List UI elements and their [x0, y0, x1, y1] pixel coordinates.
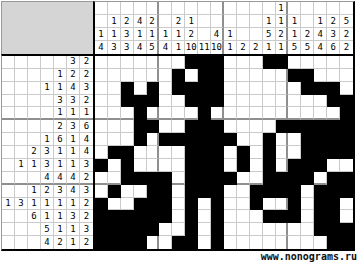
grid-cell[interactable]	[185, 146, 198, 159]
grid-cell[interactable]	[301, 95, 314, 108]
grid-cell[interactable]	[198, 95, 211, 108]
grid-cell[interactable]	[121, 185, 134, 198]
grid-cell[interactable]	[263, 146, 276, 159]
grid-cell[interactable]	[159, 236, 172, 249]
grid-cell[interactable]	[250, 120, 263, 133]
grid-cell[interactable]	[121, 223, 134, 236]
grid-cell[interactable]	[237, 223, 250, 236]
grid-cell[interactable]	[185, 120, 198, 133]
grid-cell[interactable]	[276, 146, 289, 159]
grid-cell[interactable]	[198, 133, 211, 146]
grid-cell[interactable]	[172, 185, 185, 198]
grid-cell[interactable]	[134, 236, 147, 249]
grid-cell[interactable]	[211, 95, 224, 108]
grid-cell[interactable]	[198, 146, 211, 159]
grid-cell[interactable]	[185, 210, 198, 223]
grid-cell[interactable]	[95, 95, 108, 108]
grid-cell[interactable]	[198, 198, 211, 211]
grid-cell[interactable]	[327, 159, 340, 172]
grid-cell[interactable]	[147, 120, 160, 133]
grid-cell[interactable]	[340, 133, 353, 146]
grid-cell[interactable]	[327, 223, 340, 236]
grid-cell[interactable]	[276, 133, 289, 146]
grid-cell[interactable]	[134, 107, 147, 120]
grid-cell[interactable]	[108, 210, 121, 223]
grid-cell[interactable]	[288, 236, 301, 249]
grid-cell[interactable]	[301, 198, 314, 211]
grid-cell[interactable]	[198, 210, 211, 223]
grid-cell[interactable]	[159, 185, 172, 198]
grid-cell[interactable]	[224, 172, 237, 185]
grid-cell[interactable]	[172, 133, 185, 146]
grid-cell[interactable]	[95, 82, 108, 95]
grid-cell[interactable]	[211, 198, 224, 211]
grid-cell[interactable]	[108, 198, 121, 211]
grid-cell[interactable]	[172, 95, 185, 108]
grid-cell[interactable]	[211, 107, 224, 120]
grid-cell[interactable]	[198, 223, 211, 236]
grid-cell[interactable]	[224, 56, 237, 69]
grid-cell[interactable]	[108, 95, 121, 108]
grid-cell[interactable]	[250, 198, 263, 211]
grid-cell[interactable]	[147, 185, 160, 198]
grid-cell[interactable]	[276, 159, 289, 172]
grid-cell[interactable]	[301, 172, 314, 185]
grid-cell[interactable]	[211, 210, 224, 223]
grid-cell[interactable]	[121, 120, 134, 133]
grid-cell[interactable]	[314, 69, 327, 82]
grid-cell[interactable]	[159, 120, 172, 133]
grid-cell[interactable]	[314, 236, 327, 249]
grid-cell[interactable]	[95, 133, 108, 146]
grid-cell[interactable]	[159, 210, 172, 223]
grid-cell[interactable]	[121, 69, 134, 82]
grid-cell[interactable]	[108, 159, 121, 172]
grid-cell[interactable]	[134, 95, 147, 108]
grid-cell[interactable]	[198, 56, 211, 69]
grid-cell[interactable]	[288, 82, 301, 95]
grid-cell[interactable]	[185, 95, 198, 108]
grid-cell[interactable]	[121, 172, 134, 185]
grid-cell[interactable]	[263, 56, 276, 69]
grid-cell[interactable]	[198, 159, 211, 172]
grid-cell[interactable]	[276, 107, 289, 120]
grid-cell[interactable]	[301, 210, 314, 223]
grid-cell[interactable]	[327, 82, 340, 95]
grid-cell[interactable]	[108, 146, 121, 159]
grid-cell[interactable]	[159, 69, 172, 82]
grid-cell[interactable]	[95, 223, 108, 236]
grid-cell[interactable]	[211, 236, 224, 249]
grid-cell[interactable]	[250, 82, 263, 95]
grid-cell[interactable]	[172, 210, 185, 223]
grid-cell[interactable]	[147, 223, 160, 236]
grid-cell[interactable]	[224, 198, 237, 211]
grid-cell[interactable]	[250, 210, 263, 223]
grid-cell[interactable]	[340, 210, 353, 223]
grid-cell[interactable]	[95, 120, 108, 133]
grid-cell[interactable]	[159, 159, 172, 172]
grid-cell[interactable]	[147, 56, 160, 69]
grid-cell[interactable]	[250, 95, 263, 108]
grid-cell[interactable]	[314, 82, 327, 95]
grid-cell[interactable]	[263, 198, 276, 211]
grid-cell[interactable]	[172, 82, 185, 95]
grid-cell[interactable]	[263, 159, 276, 172]
grid-cell[interactable]	[185, 69, 198, 82]
grid-cell[interactable]	[134, 185, 147, 198]
grid-cell[interactable]	[314, 210, 327, 223]
grid-cell[interactable]	[172, 172, 185, 185]
grid-cell[interactable]	[95, 172, 108, 185]
grid-cell[interactable]	[237, 95, 250, 108]
grid-cell[interactable]	[172, 198, 185, 211]
grid-cell[interactable]	[301, 236, 314, 249]
grid-cell[interactable]	[340, 95, 353, 108]
grid-cell[interactable]	[288, 223, 301, 236]
grid-cell[interactable]	[147, 198, 160, 211]
grid-cell[interactable]	[340, 69, 353, 82]
grid-cell[interactable]	[288, 95, 301, 108]
grid-cell[interactable]	[121, 236, 134, 249]
grid-cell[interactable]	[134, 82, 147, 95]
grid-cell[interactable]	[185, 133, 198, 146]
grid-cell[interactable]	[95, 210, 108, 223]
grid-cell[interactable]	[250, 172, 263, 185]
grid-cell[interactable]	[340, 185, 353, 198]
grid-cell[interactable]	[263, 82, 276, 95]
grid-cell[interactable]	[301, 82, 314, 95]
grid-cell[interactable]	[185, 56, 198, 69]
grid-cell[interactable]	[224, 95, 237, 108]
grid-cell[interactable]	[340, 82, 353, 95]
grid-cell[interactable]	[147, 82, 160, 95]
grid-cell[interactable]	[237, 185, 250, 198]
grid-cell[interactable]	[327, 95, 340, 108]
grid-cell[interactable]	[159, 95, 172, 108]
grid-cell[interactable]	[288, 210, 301, 223]
grid-cell[interactable]	[224, 236, 237, 249]
grid-cell[interactable]	[172, 69, 185, 82]
grid-cell[interactable]	[224, 82, 237, 95]
grid-cell[interactable]	[95, 56, 108, 69]
grid-cell[interactable]	[108, 120, 121, 133]
grid-cell[interactable]	[276, 223, 289, 236]
grid-cell[interactable]	[250, 159, 263, 172]
grid-cell[interactable]	[263, 69, 276, 82]
grid-cell[interactable]	[147, 159, 160, 172]
grid-cell[interactable]	[263, 223, 276, 236]
grid-cell[interactable]	[108, 69, 121, 82]
grid-cell[interactable]	[108, 185, 121, 198]
grid-cell[interactable]	[263, 210, 276, 223]
grid-cell[interactable]	[276, 210, 289, 223]
grid-cell[interactable]	[198, 185, 211, 198]
grid-cell[interactable]	[237, 56, 250, 69]
grid-cell[interactable]	[224, 159, 237, 172]
grid-cell[interactable]	[327, 120, 340, 133]
grid-cell[interactable]	[108, 82, 121, 95]
grid-cell[interactable]	[250, 236, 263, 249]
grid-cell[interactable]	[327, 236, 340, 249]
grid-cell[interactable]	[276, 198, 289, 211]
grid-cell[interactable]	[121, 159, 134, 172]
grid-cell[interactable]	[121, 82, 134, 95]
grid-cell[interactable]	[263, 95, 276, 108]
grid-cell[interactable]	[211, 69, 224, 82]
grid-cell[interactable]	[185, 159, 198, 172]
grid-cell[interactable]	[172, 56, 185, 69]
grid-cell[interactable]	[172, 236, 185, 249]
grid-cell[interactable]	[95, 185, 108, 198]
grid-cell[interactable]	[172, 146, 185, 159]
grid-cell[interactable]	[211, 56, 224, 69]
grid-cell[interactable]	[159, 198, 172, 211]
grid-cell[interactable]	[108, 56, 121, 69]
grid-cell[interactable]	[301, 146, 314, 159]
grid-cell[interactable]	[147, 69, 160, 82]
grid-cell[interactable]	[301, 56, 314, 69]
grid-cell[interactable]	[134, 159, 147, 172]
grid-cell[interactable]	[288, 107, 301, 120]
grid-cell[interactable]	[134, 172, 147, 185]
grid-cell[interactable]	[327, 107, 340, 120]
grid-cell[interactable]	[327, 146, 340, 159]
grid-cell[interactable]	[159, 146, 172, 159]
grid-cell[interactable]	[185, 82, 198, 95]
grid-cell[interactable]	[95, 146, 108, 159]
grid-cell[interactable]	[198, 107, 211, 120]
grid-cell[interactable]	[314, 146, 327, 159]
grid-cell[interactable]	[340, 223, 353, 236]
grid-cell[interactable]	[327, 172, 340, 185]
grid-cell[interactable]	[301, 223, 314, 236]
grid-cell[interactable]	[185, 107, 198, 120]
grid-cell[interactable]	[314, 120, 327, 133]
grid-cell[interactable]	[340, 146, 353, 159]
grid-cell[interactable]	[224, 120, 237, 133]
grid-cell[interactable]	[314, 172, 327, 185]
grid-cell[interactable]	[276, 95, 289, 108]
grid-cell[interactable]	[288, 159, 301, 172]
grid-cell[interactable]	[340, 236, 353, 249]
grid-cell[interactable]	[121, 210, 134, 223]
grid-cell[interactable]	[327, 56, 340, 69]
grid-cell[interactable]	[198, 69, 211, 82]
grid-cell[interactable]	[159, 223, 172, 236]
grid-cell[interactable]	[301, 133, 314, 146]
grid-cell[interactable]	[314, 133, 327, 146]
grid-cell[interactable]	[237, 120, 250, 133]
grid-cell[interactable]	[314, 198, 327, 211]
grid-cell[interactable]	[147, 236, 160, 249]
grid-cell[interactable]	[276, 185, 289, 198]
grid-cell[interactable]	[314, 223, 327, 236]
grid-cell[interactable]	[276, 120, 289, 133]
grid-cell[interactable]	[237, 159, 250, 172]
grid-cell[interactable]	[237, 82, 250, 95]
grid-cell[interactable]	[340, 172, 353, 185]
grid-cell[interactable]	[121, 133, 134, 146]
grid-cell[interactable]	[95, 198, 108, 211]
grid-cell[interactable]	[263, 185, 276, 198]
grid-cell[interactable]	[276, 236, 289, 249]
grid-cell[interactable]	[211, 172, 224, 185]
grid-cell[interactable]	[134, 146, 147, 159]
grid-cell[interactable]	[263, 236, 276, 249]
grid-cell[interactable]	[263, 172, 276, 185]
grid-cell[interactable]	[224, 223, 237, 236]
grid-cell[interactable]	[237, 69, 250, 82]
grid-cell[interactable]	[198, 236, 211, 249]
grid-cell[interactable]	[263, 120, 276, 133]
grid-cell[interactable]	[276, 56, 289, 69]
grid-cell[interactable]	[121, 95, 134, 108]
grid-cell[interactable]	[288, 146, 301, 159]
grid-cell[interactable]	[95, 159, 108, 172]
grid-cell[interactable]	[185, 223, 198, 236]
grid-cell[interactable]	[327, 198, 340, 211]
grid-cell[interactable]	[147, 107, 160, 120]
grid-cell[interactable]	[237, 172, 250, 185]
grid-cell[interactable]	[121, 198, 134, 211]
grid-cell[interactable]	[108, 172, 121, 185]
grid-cell[interactable]	[211, 223, 224, 236]
grid-cell[interactable]	[301, 185, 314, 198]
grid-cell[interactable]	[288, 133, 301, 146]
grid-cell[interactable]	[198, 172, 211, 185]
grid-cell[interactable]	[147, 210, 160, 223]
grid-cell[interactable]	[121, 146, 134, 159]
grid-cell[interactable]	[276, 69, 289, 82]
grid-cell[interactable]	[185, 185, 198, 198]
grid-cell[interactable]	[288, 172, 301, 185]
grid-cell[interactable]	[288, 185, 301, 198]
grid-cell[interactable]	[159, 82, 172, 95]
grid-cell[interactable]	[263, 107, 276, 120]
grid-cell[interactable]	[134, 69, 147, 82]
grid-cell[interactable]	[172, 120, 185, 133]
grid-cell[interactable]	[314, 107, 327, 120]
grid-cell[interactable]	[250, 223, 263, 236]
grid-cell[interactable]	[198, 120, 211, 133]
grid-cell[interactable]	[340, 56, 353, 69]
grid-cell[interactable]	[211, 133, 224, 146]
grid-cell[interactable]	[288, 120, 301, 133]
grid-cell[interactable]	[327, 210, 340, 223]
grid-cell[interactable]	[314, 95, 327, 108]
grid-cell[interactable]	[340, 159, 353, 172]
grid-cell[interactable]	[211, 82, 224, 95]
grid-cell[interactable]	[211, 146, 224, 159]
grid-cell[interactable]	[237, 133, 250, 146]
grid-cell[interactable]	[147, 172, 160, 185]
grid-cell[interactable]	[224, 133, 237, 146]
grid-cell[interactable]	[224, 107, 237, 120]
grid-cell[interactable]	[237, 210, 250, 223]
grid-cell[interactable]	[172, 107, 185, 120]
grid-cell[interactable]	[224, 69, 237, 82]
grid-cell[interactable]	[95, 236, 108, 249]
grid-cell[interactable]	[250, 146, 263, 159]
grid-cell[interactable]	[134, 56, 147, 69]
grid-cell[interactable]	[134, 133, 147, 146]
grid-cell[interactable]	[237, 198, 250, 211]
grid-cell[interactable]	[211, 159, 224, 172]
grid-cell[interactable]	[314, 185, 327, 198]
grid-cell[interactable]	[172, 223, 185, 236]
grid-cell[interactable]	[95, 69, 108, 82]
grid-cell[interactable]	[211, 120, 224, 133]
grid-cell[interactable]	[108, 133, 121, 146]
grid-cell[interactable]	[327, 185, 340, 198]
grid-cell[interactable]	[95, 107, 108, 120]
grid-cell[interactable]	[185, 198, 198, 211]
grid-cell[interactable]	[147, 133, 160, 146]
grid-cell[interactable]	[198, 82, 211, 95]
grid-cell[interactable]	[237, 146, 250, 159]
grid-cell[interactable]	[185, 172, 198, 185]
grid-cell[interactable]	[224, 185, 237, 198]
grid-cell[interactable]	[301, 159, 314, 172]
grid-cell[interactable]	[211, 185, 224, 198]
grid-cell[interactable]	[108, 223, 121, 236]
grid-cell[interactable]	[288, 56, 301, 69]
grid-cell[interactable]	[121, 107, 134, 120]
grid-cell[interactable]	[301, 120, 314, 133]
grid-cell[interactable]	[237, 236, 250, 249]
grid-cell[interactable]	[121, 56, 134, 69]
grid-cell[interactable]	[250, 185, 263, 198]
grid-cell[interactable]	[172, 159, 185, 172]
grid-cell[interactable]	[314, 56, 327, 69]
grid-cell[interactable]	[224, 146, 237, 159]
grid-cell[interactable]	[237, 107, 250, 120]
grid-cell[interactable]	[134, 210, 147, 223]
grid-cell[interactable]	[301, 69, 314, 82]
grid-cell[interactable]	[327, 69, 340, 82]
grid-cell[interactable]	[250, 133, 263, 146]
grid-cell[interactable]	[301, 107, 314, 120]
grid-cell[interactable]	[340, 120, 353, 133]
grid-cell[interactable]	[314, 159, 327, 172]
grid-cell[interactable]	[108, 107, 121, 120]
grid-cell[interactable]	[250, 107, 263, 120]
grid-cell[interactable]	[147, 146, 160, 159]
grid-cell[interactable]	[159, 172, 172, 185]
grid-cell[interactable]	[224, 210, 237, 223]
grid-cell[interactable]	[147, 95, 160, 108]
grid-cell[interactable]	[250, 56, 263, 69]
grid-cell[interactable]	[108, 236, 121, 249]
grid-cell[interactable]	[340, 198, 353, 211]
grid-cell[interactable]	[340, 107, 353, 120]
grid-cell[interactable]	[159, 107, 172, 120]
grid-cell[interactable]	[288, 198, 301, 211]
grid-cell[interactable]	[276, 82, 289, 95]
grid-cell[interactable]	[185, 236, 198, 249]
grid-cell[interactable]	[263, 133, 276, 146]
grid-cell[interactable]	[288, 69, 301, 82]
grid-cell[interactable]	[159, 56, 172, 69]
grid-cell[interactable]	[327, 133, 340, 146]
grid-cell[interactable]	[134, 223, 147, 236]
grid-cell[interactable]	[276, 172, 289, 185]
grid-cell[interactable]	[134, 198, 147, 211]
grid-cell[interactable]	[250, 69, 263, 82]
grid-cell[interactable]	[159, 133, 172, 146]
grid-cell[interactable]	[134, 120, 147, 133]
